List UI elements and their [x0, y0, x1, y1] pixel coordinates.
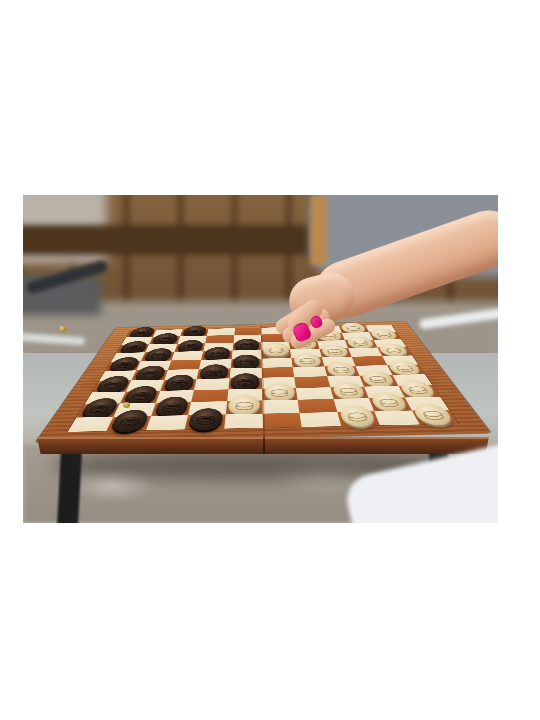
dark-man-glyph: ⛂: [236, 375, 254, 388]
dark-man-glyph: ⛂: [186, 327, 203, 335]
square-r9c3: ⛂: [151, 402, 191, 416]
light-man-glyph: ⛀: [383, 345, 405, 355]
light-man-glyph: ⛀: [325, 346, 344, 356]
square-r10c2: ⛂: [107, 416, 151, 431]
light-man-glyph: ⛀: [337, 384, 360, 398]
square-r9c5: ⛀: [225, 401, 262, 415]
square-r10c10: ⛀: [412, 410, 459, 425]
light-piece-r9c5[interactable]: ⛀: [228, 395, 260, 415]
dark-man-glyph: ⛂: [208, 348, 226, 358]
light-man-glyph: ⛀: [404, 382, 431, 396]
dark-man-glyph: ⛂: [113, 359, 136, 370]
board-front-edge: [37, 437, 489, 454]
dark-man-glyph: ⛂: [194, 411, 217, 428]
dark-man-glyph: ⛂: [168, 376, 190, 389]
dark-man-glyph: ⛂: [116, 412, 144, 429]
square-r8c10: ⛀: [398, 385, 440, 397]
dark-man-glyph: ⛂: [133, 328, 152, 337]
square-r8c6: ⛀: [262, 388, 298, 401]
held-light-piece-r4c6[interactable]: ⛀: [263, 343, 290, 357]
dark-man-glyph: ⛂: [160, 399, 184, 415]
dark-man-glyph: ⛂: [129, 388, 154, 402]
light-man-glyph: ⛀: [366, 372, 390, 385]
square-r10c7: [300, 412, 341, 427]
light-man-glyph: ⛀: [344, 324, 362, 332]
square-r6c6: [262, 367, 295, 378]
dark-man-glyph: ⛂: [239, 340, 255, 350]
dark-man-glyph: ⛂: [148, 350, 168, 360]
dark-man-glyph: ⛂: [238, 356, 255, 367]
square-r8c7: [296, 387, 333, 400]
checkers-board: ⛂⛂⛀⛀⛂⛀⛀⛂⛂⛂⛀⛀⛂⛂⛀⛀⛀⛂⛂⛀⛂⛂⛀⛀⛂⛂⛂⛀⛂⛀⛀⛀⛂⛂⛀⛀⛂⛂⛀⛀: [35, 321, 491, 442]
board-fold-seam: [263, 437, 265, 454]
light-man-glyph: ⛀: [331, 363, 352, 375]
light-man-glyph: ⛀: [376, 394, 403, 409]
light-man-glyph: ⛀: [267, 344, 284, 355]
photo-frame: ⛂⛂⛀⛀⛂⛀⛀⛂⛂⛂⛀⛀⛂⛂⛀⛀⛀⛂⛂⛀⛂⛂⛀⛀⛂⛂⛂⛀⛂⛀⛀⛀⛂⛂⛀⛀⛂⛂⛀⛀: [23, 195, 498, 523]
square-r8c4: [191, 389, 228, 402]
light-piece-r8c6[interactable]: ⛀: [264, 383, 295, 402]
square-r9c6: [262, 400, 299, 414]
light-man-glyph: ⛀: [234, 397, 254, 413]
light-man-glyph: ⛀: [350, 338, 370, 348]
light-man-glyph: ⛀: [344, 408, 370, 425]
light-piece-r8c10[interactable]: ⛀: [398, 380, 439, 398]
dark-man-glyph: ⛂: [86, 400, 114, 416]
dark-man-glyph: ⛂: [204, 366, 223, 378]
square-r9c7: [298, 399, 337, 413]
square-r6c7: [293, 366, 327, 377]
square-r7c4: [194, 378, 229, 390]
dark-piece-r7c5[interactable]: ⛂: [230, 373, 259, 390]
dark-man-glyph: ⛂: [156, 334, 174, 343]
dark-man-glyph: ⛂: [101, 378, 126, 391]
square-r10c6: [263, 413, 302, 428]
brass-clasp: [123, 402, 130, 408]
square-r10c8: ⛀: [337, 411, 380, 426]
light-man-glyph: ⛀: [393, 362, 417, 374]
brass-clasp: [59, 326, 66, 332]
dark-man-glyph: ⛂: [140, 367, 162, 379]
dark-man-glyph: ⛂: [181, 341, 199, 351]
light-man-glyph: ⛀: [270, 385, 290, 399]
square-r10c3: [146, 415, 188, 430]
board-grid: ⛂⛂⛀⛀⛂⛀⛀⛂⛂⛂⛀⛀⛂⛂⛀⛀⛀⛂⛂⛀⛂⛂⛀⛀⛂⛂⛂⛀⛂⛀⛀⛀⛂⛂⛀⛀⛂⛂⛀⛀: [68, 325, 459, 432]
square-r6c8: ⛀: [324, 366, 359, 377]
light-man-glyph: ⛀: [374, 330, 394, 339]
board-perspective: ⛂⛂⛀⛀⛂⛀⛀⛂⛂⛂⛀⛀⛂⛂⛀⛀⛀⛂⛂⛀⛂⛂⛀⛀⛂⛂⛂⛀⛂⛀⛀⛀⛂⛂⛀⛀⛂⛂⛀⛀: [35, 321, 491, 442]
light-man-glyph: ⛀: [298, 355, 317, 366]
square-r10c5: [224, 413, 263, 428]
product-photo-page: ⛂⛂⛀⛀⛂⛀⛀⛂⛂⛂⛀⛀⛂⛂⛀⛀⛀⛂⛂⛀⛂⛂⛀⛀⛂⛂⛂⛀⛂⛀⛀⛀⛂⛂⛀⛀⛂⛂⛀⛀: [0, 0, 540, 720]
square-r7c5: ⛂: [228, 378, 262, 390]
light-piece-r10c10[interactable]: ⛀: [411, 404, 457, 426]
square-r10c4: ⛂: [185, 414, 226, 429]
square-r7c3: ⛂: [160, 379, 197, 391]
dark-man-glyph: ⛂: [124, 342, 144, 352]
square-r7c7: [294, 376, 330, 388]
square-r8c8: ⛀: [330, 387, 369, 400]
light-man-glyph: ⛀: [418, 406, 448, 423]
